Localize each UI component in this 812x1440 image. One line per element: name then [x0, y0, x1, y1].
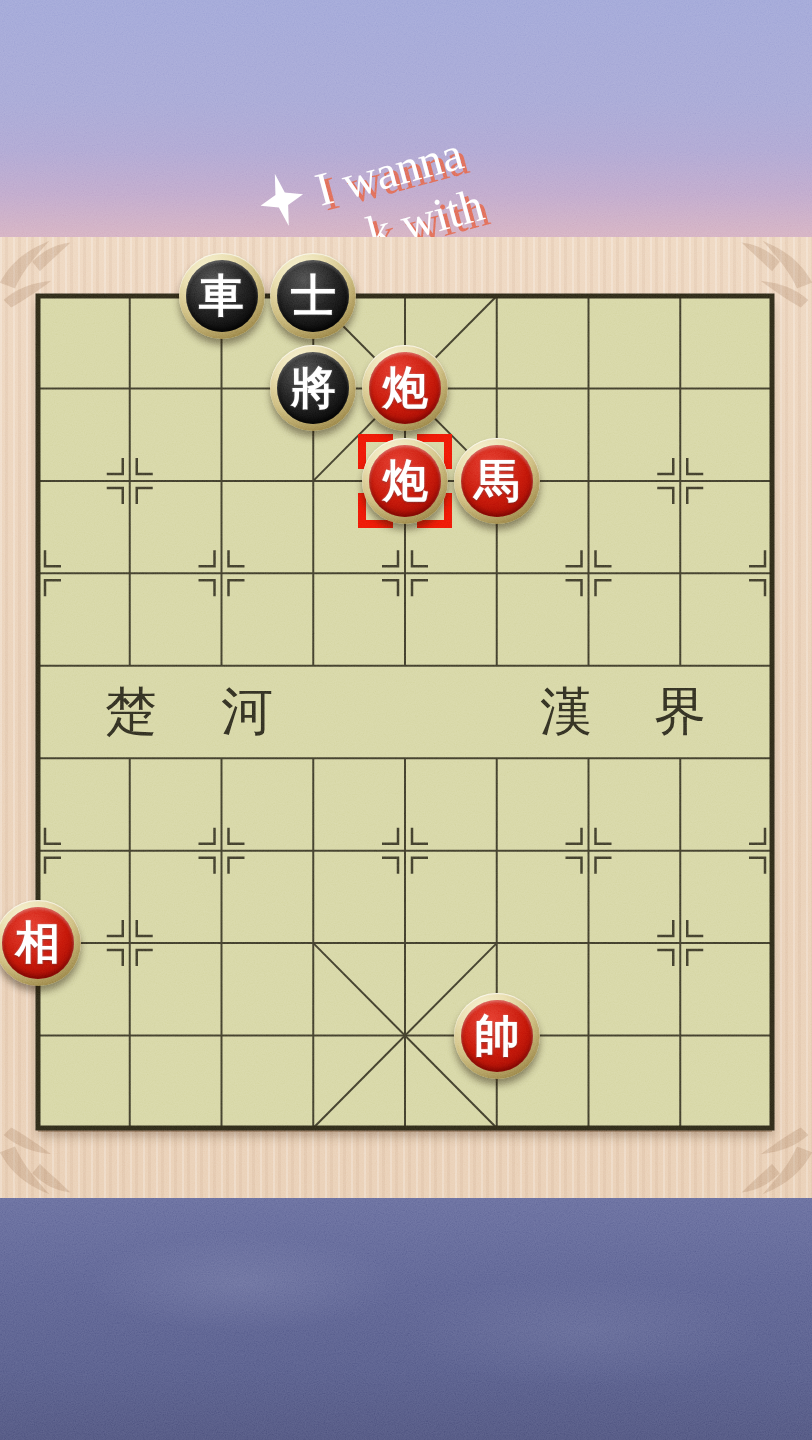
screenshot-root: { "game": "xiangqi", "scene": { "caption…	[0, 0, 812, 1440]
xiangqi-board[interactable]: 楚 河 漢 界 車 士 將 炮 炮 馬 相 帥	[38, 296, 772, 1128]
red-general-piece[interactable]: 帥	[454, 993, 540, 1079]
red-cannon-1-piece[interactable]: 炮	[362, 345, 448, 431]
wooden-board-frame: 楚 河 漢 界 車 士 將 炮 炮 馬 相 帥	[0, 237, 812, 1198]
sparkle-icon	[254, 168, 310, 232]
red-horse-piece[interactable]: 馬	[454, 438, 540, 524]
black-general-piece[interactable]: 將	[270, 345, 356, 431]
black-advisor-piece[interactable]: 士	[270, 253, 356, 339]
river-char: 楚	[105, 686, 157, 738]
river-char: 漢	[540, 686, 592, 738]
river-char: 界	[654, 686, 706, 738]
river-label-left: 楚 河	[105, 686, 273, 738]
river-char: 河	[221, 686, 273, 738]
river-label-right: 漢 界	[540, 686, 706, 738]
black-chariot-piece[interactable]: 車	[179, 253, 265, 339]
sea-background	[0, 1198, 812, 1440]
red-cannon-2-piece[interactable]: 炮	[362, 438, 448, 524]
